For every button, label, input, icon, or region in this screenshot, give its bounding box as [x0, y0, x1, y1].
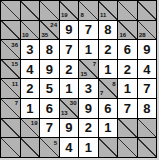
block-cell [1, 1, 20, 20]
clue-cell: 11 [1, 79, 20, 98]
entry-cell[interactable]: 1 [79, 40, 98, 59]
entry-cell[interactable]: 1 [99, 60, 118, 79]
entry-cell[interactable]: 7 [138, 79, 157, 98]
block-cell [1, 119, 20, 138]
entry-cell[interactable]: 1 [60, 79, 79, 98]
entry-cell[interactable]: 7 [60, 40, 79, 59]
block-cell [1, 138, 20, 157]
block-cell [21, 1, 40, 20]
clue-cell: 1330 [60, 99, 79, 118]
entry-cell[interactable]: 7 [118, 99, 137, 118]
block-cell [138, 1, 157, 20]
clue-cell: 19 [21, 119, 40, 138]
entry-cell[interactable]: 7 [40, 119, 59, 138]
clue-cell: 36 [1, 40, 20, 59]
down-clue: 35 [42, 32, 49, 38]
entry-cell[interactable]: 2 [21, 79, 40, 98]
block-cell [138, 119, 157, 138]
clue-cell: 28 [138, 21, 157, 40]
entry-cell[interactable]: 1 [21, 99, 40, 118]
across-clue: 24 [50, 22, 57, 28]
down-clue: 11 [100, 12, 106, 18]
entry-cell[interactable]: 3 [21, 40, 40, 59]
entry-cell[interactable]: 1 [99, 119, 118, 138]
kakuro-board: 1981110352497816283638712691549215712411… [0, 0, 157, 158]
clue-cell: 16 [118, 21, 137, 40]
entry-cell[interactable]: 2 [60, 60, 79, 79]
clue-cell: 19 [60, 1, 79, 20]
down-clue: 28 [139, 32, 146, 38]
entry-cell[interactable]: 2 [79, 119, 98, 138]
entry-cell[interactable]: 4 [138, 60, 157, 79]
entry-cell[interactable]: 3 [79, 79, 98, 98]
entry-cell[interactable]: 8 [138, 99, 157, 118]
entry-cell[interactable]: 8 [99, 21, 118, 40]
block-cell [1, 21, 20, 40]
down-clue: 10 [22, 32, 29, 38]
clue-cell: 78 [99, 79, 118, 98]
clue-cell: 11 [99, 1, 118, 20]
entry-cell[interactable]: 7 [79, 21, 98, 40]
entry-cell[interactable]: 9 [79, 99, 98, 118]
entry-cell[interactable]: 9 [138, 40, 157, 59]
entry-cell[interactable]: 4 [21, 60, 40, 79]
down-clue: 16 [120, 32, 127, 38]
across-clue: 30 [70, 100, 77, 106]
across-clue: 8 [112, 81, 115, 87]
entry-cell[interactable]: 1 [118, 79, 137, 98]
block-cell [118, 119, 137, 138]
entry-cell[interactable]: 6 [99, 99, 118, 118]
clue-cell: 15 [1, 60, 20, 79]
entry-cell[interactable]: 8 [40, 40, 59, 59]
entry-cell[interactable]: 4 [60, 138, 79, 157]
entry-cell[interactable]: 5 [40, 79, 59, 98]
down-clue: 15 [81, 71, 88, 77]
down-clue: 7 [100, 90, 103, 96]
down-clue: 19 [61, 12, 68, 18]
clue-cell: 3524 [40, 21, 59, 40]
block-cell [40, 1, 59, 20]
across-clue: 36 [11, 42, 18, 48]
block-cell [118, 1, 137, 20]
block-cell [138, 138, 157, 157]
down-clue: 13 [61, 110, 68, 116]
entry-cell[interactable]: 9 [60, 119, 79, 138]
clue-cell: 7 [1, 99, 20, 118]
clue-cell: 10 [21, 21, 40, 40]
clue-cell: 157 [79, 60, 98, 79]
entry-cell[interactable]: 6 [118, 40, 137, 59]
across-clue: 11 [12, 81, 18, 87]
entry-cell[interactable]: 2 [118, 60, 137, 79]
block-cell [118, 138, 137, 157]
across-clue: 7 [15, 100, 18, 106]
block-cell [21, 138, 40, 157]
across-clue: 19 [31, 120, 38, 126]
entry-cell[interactable]: 1 [79, 138, 98, 157]
block-cell [99, 138, 118, 157]
entry-cell[interactable]: 6 [40, 99, 59, 118]
entry-cell[interactable]: 9 [40, 60, 59, 79]
entry-cell[interactable]: 9 [60, 21, 79, 40]
clue-cell: 8 [79, 1, 98, 20]
down-clue: 8 [81, 12, 84, 18]
across-clue: 5 [54, 140, 57, 146]
across-clue: 15 [11, 61, 18, 67]
entry-cell[interactable]: 2 [99, 40, 118, 59]
clue-cell: 5 [40, 138, 59, 157]
across-clue: 7 [93, 61, 96, 67]
